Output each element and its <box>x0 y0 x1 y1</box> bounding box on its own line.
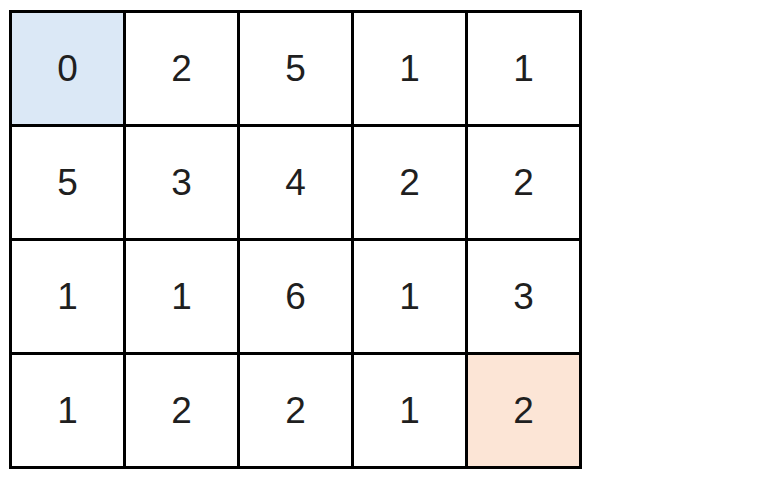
grid-cell-r1c4: 2 <box>468 127 579 238</box>
grid-cell-r3c0: 1 <box>12 355 123 466</box>
grid-cell-r3c2: 2 <box>240 355 351 466</box>
grid-cell-r1c3: 2 <box>354 127 465 238</box>
grid-cell-r0c2: 5 <box>240 13 351 124</box>
grid-cell-r2c1: 1 <box>126 241 237 352</box>
grid-cell-r2c4: 3 <box>468 241 579 352</box>
grid-cell-start: 0 <box>12 13 123 124</box>
grid-cell-r2c0: 1 <box>12 241 123 352</box>
grid-cell-r2c2: 6 <box>240 241 351 352</box>
grid-cell-r1c1: 3 <box>126 127 237 238</box>
page: 02511534221161312212 <box>0 0 783 480</box>
grid-cell-r1c0: 5 <box>12 127 123 238</box>
grid-cell-r0c3: 1 <box>354 13 465 124</box>
grid-cell-goal: 2 <box>468 355 579 466</box>
grid-cell-r0c1: 2 <box>126 13 237 124</box>
grid-cell-r3c1: 2 <box>126 355 237 466</box>
grid-cell-r0c4: 1 <box>468 13 579 124</box>
grid-cell-r3c3: 1 <box>354 355 465 466</box>
puzzle-grid: 02511534221161312212 <box>9 10 582 469</box>
grid-cell-r2c3: 1 <box>354 241 465 352</box>
grid-cell-r1c2: 4 <box>240 127 351 238</box>
